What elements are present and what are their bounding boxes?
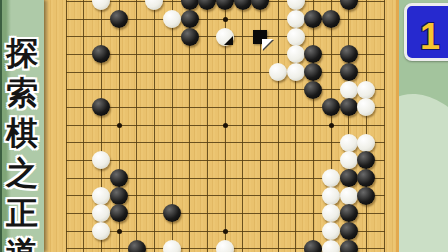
stone-black[interactable] [110, 204, 128, 222]
mouse-pointer-icon [262, 39, 273, 50]
stone-black[interactable] [357, 151, 375, 169]
banner-character: 探 [0, 33, 44, 73]
stone-white[interactable] [322, 204, 340, 222]
stone-black[interactable] [304, 10, 322, 28]
stone-white[interactable] [287, 28, 305, 46]
grid-line [66, 142, 385, 143]
grid-line [66, 72, 385, 73]
banner-character: 之 [0, 153, 44, 193]
star-point [223, 229, 228, 234]
stone-white[interactable] [322, 240, 340, 252]
move-number: 1 [407, 16, 448, 58]
stone-white[interactable] [340, 187, 358, 205]
move-number-badge: 1 [404, 3, 448, 61]
stone-black[interactable] [304, 81, 322, 99]
stone-white[interactable] [340, 134, 358, 152]
grid-line [83, 0, 84, 252]
stone-white[interactable] [322, 169, 340, 187]
stone-black[interactable] [304, 240, 322, 252]
stone-black[interactable] [110, 10, 128, 28]
stone-black[interactable] [340, 204, 358, 222]
stone-white[interactable] [163, 240, 181, 252]
grid-line [66, 54, 385, 55]
grid-line [66, 0, 67, 252]
stone-white[interactable] [322, 222, 340, 240]
banner-character: 正 [0, 193, 44, 233]
left-banner-text: 探索棋之正道 [0, 33, 44, 252]
stone-white[interactable] [340, 151, 358, 169]
banner-character: 道 [0, 233, 44, 252]
stone-black[interactable] [198, 0, 216, 10]
stone-black[interactable] [181, 28, 199, 46]
stone-black[interactable] [357, 169, 375, 187]
star-point [117, 229, 122, 234]
grid-line [313, 0, 314, 252]
stone-white[interactable] [92, 0, 110, 10]
stone-black[interactable] [357, 187, 375, 205]
stone-black[interactable] [110, 187, 128, 205]
last-move-marker [224, 36, 233, 45]
stone-white[interactable] [287, 10, 305, 28]
stone-black[interactable] [92, 98, 110, 116]
stone-black[interactable] [234, 0, 252, 10]
stone-black[interactable] [110, 169, 128, 187]
grid-line [136, 0, 137, 252]
left-banner: 探索棋之正道 [0, 0, 44, 252]
banner-curve-decoration [396, 79, 448, 252]
stone-black[interactable] [163, 204, 181, 222]
stone-white[interactable] [269, 63, 287, 81]
stone-white[interactable] [357, 81, 375, 99]
star-point [329, 123, 334, 128]
grid-line [66, 89, 385, 90]
screenshot-root: 探索棋之正道 1 [0, 0, 448, 252]
star-point [223, 123, 228, 128]
stone-black[interactable] [340, 240, 358, 252]
stone-black[interactable] [340, 222, 358, 240]
stone-white[interactable] [357, 98, 375, 116]
grid-line [242, 0, 243, 252]
stone-cursor[interactable] [253, 30, 267, 44]
stone-white[interactable] [216, 28, 234, 46]
grid-line [366, 0, 367, 252]
stone-black[interactable] [340, 63, 358, 81]
star-point [223, 17, 228, 22]
stone-white[interactable] [287, 0, 305, 10]
stone-black[interactable] [340, 45, 358, 63]
stone-black[interactable] [340, 0, 358, 10]
stone-black[interactable] [92, 45, 110, 63]
stone-white[interactable] [287, 63, 305, 81]
stone-black[interactable] [304, 45, 322, 63]
stone-black[interactable] [340, 98, 358, 116]
grid-line [207, 0, 208, 252]
stone-white[interactable] [357, 134, 375, 152]
stone-black[interactable] [216, 0, 234, 10]
stone-white[interactable] [163, 10, 181, 28]
grid-line [154, 0, 155, 252]
banner-character: 索 [0, 73, 44, 113]
grid-line [278, 0, 279, 252]
stone-white[interactable] [322, 187, 340, 205]
stone-black[interactable] [181, 0, 199, 10]
stone-black[interactable] [322, 10, 340, 28]
stone-white[interactable] [92, 187, 110, 205]
stone-white[interactable] [340, 81, 358, 99]
stone-black[interactable] [322, 98, 340, 116]
grid-line [384, 0, 385, 252]
stone-black[interactable] [251, 0, 269, 10]
stone-white[interactable] [145, 0, 163, 10]
stone-black[interactable] [128, 240, 146, 252]
stone-white[interactable] [216, 240, 234, 252]
stone-black[interactable] [304, 63, 322, 81]
stone-white[interactable] [287, 45, 305, 63]
go-board[interactable] [44, 0, 448, 252]
banner-character: 棋 [0, 113, 44, 153]
grid-line [66, 160, 385, 161]
stone-white[interactable] [92, 222, 110, 240]
stone-black[interactable] [340, 169, 358, 187]
stone-white[interactable] [92, 204, 110, 222]
star-point [117, 123, 122, 128]
stone-black[interactable] [181, 10, 199, 28]
stone-white[interactable] [92, 151, 110, 169]
